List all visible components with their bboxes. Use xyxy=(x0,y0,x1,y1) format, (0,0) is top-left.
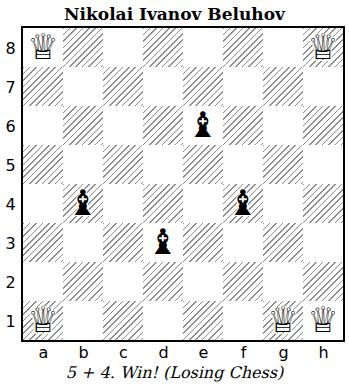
square-a2 xyxy=(23,262,63,301)
white-queen-h8: ♛♕ xyxy=(303,28,343,67)
square-d2 xyxy=(143,262,183,301)
square-b3 xyxy=(63,223,103,262)
black-bishop-b4: ♝ xyxy=(63,184,103,223)
file-label-e: e xyxy=(184,344,224,362)
square-e5 xyxy=(183,145,223,184)
file-label-a: a xyxy=(24,344,64,362)
square-f7 xyxy=(223,67,263,106)
file-label-f: f xyxy=(224,344,264,362)
square-h8: ♛♕ xyxy=(303,28,343,67)
chess-diagram: Nikolai Ivanov Beluhov 87654321 ♛♕♛♕♝♝♝♝… xyxy=(0,0,349,387)
square-g5 xyxy=(263,145,303,184)
square-e8 xyxy=(183,28,223,67)
square-b7 xyxy=(63,67,103,106)
white-queen-a8: ♛♕ xyxy=(23,28,63,67)
square-f1 xyxy=(223,301,263,340)
square-g8 xyxy=(263,28,303,67)
square-a3 xyxy=(23,223,63,262)
rank-label-8: 8 xyxy=(0,29,21,68)
square-h5 xyxy=(303,145,343,184)
square-h4 xyxy=(303,184,343,223)
black-bishop-d3: ♝ xyxy=(143,223,183,262)
square-h6 xyxy=(303,106,343,145)
square-c3 xyxy=(103,223,143,262)
file-label-d: d xyxy=(144,344,184,362)
file-label-h: h xyxy=(304,344,344,362)
black-bishop-f4: ♝ xyxy=(223,184,263,223)
square-g6 xyxy=(263,106,303,145)
white-queen-h1: ♛♕ xyxy=(303,301,343,340)
square-g7 xyxy=(263,67,303,106)
square-f2 xyxy=(223,262,263,301)
square-d6 xyxy=(143,106,183,145)
square-b1 xyxy=(63,301,103,340)
square-e2 xyxy=(183,262,223,301)
square-e1 xyxy=(183,301,223,340)
square-a7 xyxy=(23,67,63,106)
file-label-b: b xyxy=(64,344,104,362)
black-bishop-e6: ♝ xyxy=(183,106,223,145)
square-b8 xyxy=(63,28,103,67)
square-g2 xyxy=(263,262,303,301)
square-f6 xyxy=(223,106,263,145)
square-c7 xyxy=(103,67,143,106)
board-area: 87654321 ♛♕♛♕♝♝♝♝♛♕♛♕♛♕ xyxy=(0,26,349,342)
file-label-g: g xyxy=(264,344,304,362)
square-d1 xyxy=(143,301,183,340)
square-a1: ♛♕ xyxy=(23,301,63,340)
square-e3 xyxy=(183,223,223,262)
square-c6 xyxy=(103,106,143,145)
square-b2 xyxy=(63,262,103,301)
board: ♛♕♛♕♝♝♝♝♛♕♛♕♛♕ xyxy=(21,26,345,342)
square-g1: ♛♕ xyxy=(263,301,303,340)
rank-labels: 87654321 xyxy=(0,26,21,341)
square-b4: ♝ xyxy=(63,184,103,223)
square-a5 xyxy=(23,145,63,184)
rank-label-4: 4 xyxy=(0,185,21,224)
rank-label-3: 3 xyxy=(0,224,21,263)
file-label-c: c xyxy=(104,344,144,362)
square-g3 xyxy=(263,223,303,262)
square-e4 xyxy=(183,184,223,223)
square-h3 xyxy=(303,223,343,262)
square-d7 xyxy=(143,67,183,106)
square-h2 xyxy=(303,262,343,301)
square-f3 xyxy=(223,223,263,262)
square-d4 xyxy=(143,184,183,223)
square-b6 xyxy=(63,106,103,145)
square-a8: ♛♕ xyxy=(23,28,63,67)
square-d3: ♝ xyxy=(143,223,183,262)
square-e6: ♝ xyxy=(183,106,223,145)
square-d5 xyxy=(143,145,183,184)
square-h7 xyxy=(303,67,343,106)
square-e7 xyxy=(183,67,223,106)
square-h1: ♛♕ xyxy=(303,301,343,340)
stipulation-caption: 5 + 4. Win! (Losing Chess) xyxy=(0,363,349,383)
square-d8 xyxy=(143,28,183,67)
square-c4 xyxy=(103,184,143,223)
white-queen-g1: ♛♕ xyxy=(263,301,303,340)
rank-label-2: 2 xyxy=(0,263,21,302)
rank-label-1: 1 xyxy=(0,302,21,341)
square-f5 xyxy=(223,145,263,184)
rank-label-7: 7 xyxy=(0,68,21,107)
square-g4 xyxy=(263,184,303,223)
file-labels: abcdefgh xyxy=(24,344,349,362)
square-f8 xyxy=(223,28,263,67)
square-a4 xyxy=(23,184,63,223)
square-a6 xyxy=(23,106,63,145)
square-c8 xyxy=(103,28,143,67)
square-f4: ♝ xyxy=(223,184,263,223)
square-c5 xyxy=(103,145,143,184)
composer-title: Nikolai Ivanov Beluhov xyxy=(0,0,349,26)
white-queen-a1: ♛♕ xyxy=(23,301,63,340)
rank-label-6: 6 xyxy=(0,107,21,146)
square-b5 xyxy=(63,145,103,184)
square-c1 xyxy=(103,301,143,340)
square-c2 xyxy=(103,262,143,301)
rank-label-5: 5 xyxy=(0,146,21,185)
